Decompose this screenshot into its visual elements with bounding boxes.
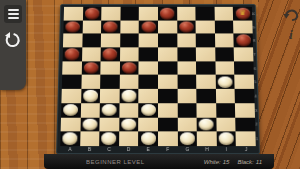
square-E8[interactable] [139,34,158,48]
square-A4[interactable] [61,89,81,103]
square-F9[interactable] [158,20,177,34]
board-grid: ♛ [60,7,256,146]
square-H10[interactable] [196,7,215,20]
file-label-i: I [217,146,237,153]
rank-label-3: 3 [254,103,258,117]
square-C10[interactable] [101,7,120,20]
rank-label-5: 5 [253,75,257,89]
square-F10[interactable] [158,7,177,20]
square-A9[interactable] [63,20,82,34]
square-D5[interactable] [120,75,139,89]
square-A6[interactable] [62,61,81,75]
file-label-d: D [119,146,139,153]
red-piece[interactable] [66,21,81,33]
red-piece[interactable] [141,21,155,33]
square-F1[interactable] [158,132,178,146]
file-label-b: B [80,146,100,153]
rank-label-9: 9 [252,20,256,34]
square-J2[interactable] [236,117,256,131]
square-A3[interactable] [61,103,81,117]
square-D9[interactable] [120,20,139,34]
square-E3[interactable] [139,103,158,117]
square-F5[interactable] [158,75,177,89]
square-G7[interactable] [177,47,196,61]
red-piece[interactable] [160,8,174,19]
white-piece[interactable] [83,90,98,102]
square-H9[interactable] [196,20,215,34]
square-G5[interactable] [177,75,196,89]
square-I4[interactable] [216,89,236,103]
red-piece[interactable] [179,21,194,33]
square-G6[interactable] [177,61,196,75]
black-count-value: 11 [256,159,262,165]
square-E2[interactable] [139,117,158,131]
square-A2[interactable] [61,117,81,131]
hamburger-icon [8,9,19,11]
checkers-app: i ♛ ABCDEFGHIJ 10987654321 BEGINNER LEVE… [0,0,300,169]
square-J8[interactable] [234,34,253,48]
red-piece[interactable] [103,21,118,33]
square-B5[interactable] [81,75,100,89]
square-A8[interactable] [63,34,82,48]
square-H3[interactable] [197,103,217,117]
square-C6[interactable] [100,61,119,75]
undo-button[interactable] [283,6,300,22]
square-G8[interactable] [177,34,196,48]
square-D2[interactable] [119,117,139,131]
square-H2[interactable] [197,117,217,131]
square-C7[interactable] [101,47,120,61]
square-B8[interactable] [82,34,101,48]
square-J3[interactable] [235,103,255,117]
square-B1[interactable] [80,132,100,146]
square-C5[interactable] [100,75,119,89]
square-J4[interactable] [235,89,255,103]
undo-arrow-icon [283,6,300,22]
square-B10[interactable] [83,7,102,20]
red-piece[interactable] [236,35,251,47]
square-H4[interactable] [196,89,215,103]
restart-button[interactable] [3,30,23,50]
square-B7[interactable] [82,47,101,61]
file-label-g: G [178,146,198,153]
square-F4[interactable] [158,89,177,103]
red-piece[interactable] [103,48,118,60]
info-icon: i [289,28,292,42]
rank-label-1: 1 [255,132,259,146]
square-D4[interactable] [119,89,138,103]
file-label-a: A [60,146,80,153]
square-G3[interactable] [177,103,196,117]
wood-background-right [258,0,300,169]
white-count-label: White: [204,159,221,165]
rank-label-10: 10 [251,7,255,20]
white-piece[interactable] [102,104,117,116]
square-H7[interactable] [196,47,215,61]
white-piece[interactable] [218,76,233,88]
square-G2[interactable] [177,117,197,131]
rank-label-6: 6 [253,61,257,75]
square-D6[interactable] [120,61,139,75]
level-label: BEGINNER LEVEL [86,159,145,165]
square-I10[interactable] [214,7,233,20]
red-king-piece[interactable]: ♛ [235,8,250,19]
square-H6[interactable] [196,61,215,75]
square-F2[interactable] [158,117,177,131]
king-crown-icon: ♛ [235,8,250,19]
file-label-f: F [158,146,178,153]
red-piece[interactable] [65,48,80,60]
white-piece[interactable] [199,118,214,130]
menu-button[interactable] [4,5,22,23]
square-I5[interactable] [215,75,234,89]
square-I9[interactable] [215,20,234,34]
square-F8[interactable] [158,34,177,48]
square-C8[interactable] [101,34,120,48]
white-piece[interactable] [219,133,234,145]
red-piece[interactable] [84,62,99,74]
square-J7[interactable] [234,47,253,61]
square-E7[interactable] [139,47,158,61]
square-H1[interactable] [197,132,217,146]
square-A5[interactable] [62,75,82,89]
square-J9[interactable] [233,20,252,34]
file-labels: ABCDEFGHIJ [60,146,256,153]
white-piece[interactable] [102,133,117,145]
red-piece[interactable] [85,8,100,19]
square-J10[interactable]: ♛ [233,7,252,20]
file-label-e: E [138,146,158,153]
file-label-c: C [99,146,119,153]
square-E4[interactable] [139,89,158,103]
rank-label-2: 2 [254,117,258,131]
white-count-value: 15 [223,159,230,165]
square-B4[interactable] [81,89,101,103]
black-count-label: Black: [237,159,253,165]
rank-label-4: 4 [254,89,258,103]
square-C9[interactable] [101,20,120,34]
square-I2[interactable] [216,117,236,131]
square-D1[interactable] [119,132,139,146]
square-B3[interactable] [80,103,100,117]
white-piece[interactable] [180,133,195,145]
white-piece[interactable] [121,118,136,130]
white-piece[interactable] [141,104,156,116]
checkers-board: ♛ ABCDEFGHIJ 10987654321 [56,4,260,154]
square-E5[interactable] [139,75,158,89]
square-G10[interactable] [177,7,196,20]
square-I3[interactable] [216,103,236,117]
square-A7[interactable] [63,47,82,61]
info-button[interactable]: i [286,28,296,42]
piece-counts: White: 15 Black: 11 [204,159,262,165]
rank-label-8: 8 [252,34,256,48]
white-piece[interactable] [141,133,156,145]
square-E1[interactable] [138,132,158,146]
white-piece[interactable] [63,104,78,116]
left-control-panel [0,0,26,90]
square-F3[interactable] [158,103,177,117]
square-C2[interactable] [100,117,120,131]
square-B9[interactable] [82,20,101,34]
square-D8[interactable] [120,34,139,48]
square-J1[interactable] [236,132,256,146]
square-E9[interactable] [139,20,158,34]
square-H5[interactable] [196,75,215,89]
square-C1[interactable] [99,132,119,146]
white-piece[interactable] [122,90,137,102]
square-F7[interactable] [158,47,177,61]
square-B2[interactable] [80,117,100,131]
square-H8[interactable] [196,34,215,48]
square-G4[interactable] [177,89,196,103]
square-G9[interactable] [177,20,196,34]
red-piece[interactable] [122,62,137,74]
square-J6[interactable] [234,61,253,75]
square-G1[interactable] [177,132,197,146]
square-D7[interactable] [120,47,139,61]
white-piece[interactable] [82,118,97,130]
white-piece[interactable] [63,133,78,145]
square-D3[interactable] [119,103,138,117]
square-I1[interactable] [216,132,236,146]
square-A10[interactable] [64,7,83,20]
file-label-h: H [197,146,217,153]
square-I6[interactable] [215,61,234,75]
square-A1[interactable] [60,132,80,146]
square-I7[interactable] [215,47,234,61]
file-label-j: J [236,146,256,153]
square-B6[interactable] [81,61,100,75]
square-C3[interactable] [100,103,120,117]
square-D10[interactable] [120,7,139,20]
rank-label-7: 7 [253,47,257,61]
square-E6[interactable] [139,61,158,75]
square-F6[interactable] [158,61,177,75]
restart-icon [5,32,21,48]
square-I8[interactable] [215,34,234,48]
square-E10[interactable] [139,7,158,20]
square-J5[interactable] [235,75,255,89]
square-C4[interactable] [100,89,119,103]
status-bar: BEGINNER LEVEL White: 15 Black: 11 [44,154,274,169]
